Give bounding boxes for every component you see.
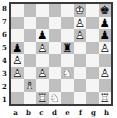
square-g8[interactable]	[86, 4, 99, 17]
square-d5[interactable]	[49, 42, 62, 55]
file-label-b: b	[22, 106, 35, 118]
square-c4[interactable]	[36, 54, 49, 67]
square-c6[interactable]: ♟	[36, 29, 49, 42]
chess-diagram: 87654321 ♚♔♚♟♙♟♟♟♙♟♟♟♙♜♟♙♟♙♟♙♟♙♞♘♟♙♝♗♜♖♞…	[0, 0, 117, 118]
square-b2[interactable]: ♝♗	[24, 79, 37, 92]
square-h8[interactable]: ♚	[99, 4, 112, 17]
white-pawn: ♙	[99, 67, 112, 80]
rank-label-3: 3	[0, 67, 9, 80]
square-d3[interactable]	[49, 67, 62, 80]
rank-label-7: 7	[0, 15, 9, 28]
square-c1[interactable]: ♜♖	[36, 92, 49, 105]
rank-label-5: 5	[0, 41, 9, 54]
file-label-g: g	[87, 106, 100, 118]
square-e4[interactable]	[61, 54, 74, 67]
square-e7[interactable]	[61, 17, 74, 30]
square-e2[interactable]	[61, 79, 74, 92]
square-a6[interactable]	[11, 29, 24, 42]
square-d7[interactable]	[49, 17, 62, 30]
square-f2[interactable]	[74, 79, 87, 92]
file-label-c: c	[35, 106, 48, 118]
square-a3[interactable]: ♟♙	[11, 67, 24, 80]
square-g5[interactable]	[86, 42, 99, 55]
square-e5[interactable]: ♜	[61, 42, 74, 55]
file-label-d: d	[48, 106, 61, 118]
square-h5[interactable]: ♟♙	[99, 42, 112, 55]
file-labels: abcdefgh	[9, 106, 113, 118]
white-bishop: ♗	[24, 79, 37, 92]
square-f5[interactable]	[74, 42, 87, 55]
rank-label-2: 2	[0, 80, 9, 93]
chess-board: ♚♔♚♟♙♟♟♟♙♟♟♟♙♜♟♙♟♙♟♙♟♙♞♘♟♙♝♗♜♖♞♘♜♖	[9, 2, 113, 106]
square-d1[interactable]: ♞♘	[49, 92, 62, 105]
white-pawn: ♙	[11, 54, 24, 67]
white-pawn: ♙	[36, 42, 49, 55]
square-h6[interactable]: ♟	[99, 29, 112, 42]
white-king: ♔	[74, 4, 87, 17]
square-g4[interactable]	[86, 54, 99, 67]
square-f1[interactable]	[74, 92, 87, 105]
square-e1[interactable]	[61, 92, 74, 105]
square-d4[interactable]	[49, 54, 62, 67]
file-label-a: a	[9, 106, 22, 118]
white-pawn: ♙	[36, 67, 49, 80]
square-b6[interactable]	[24, 29, 37, 42]
square-f8[interactable]: ♚♔	[74, 4, 87, 17]
square-a7[interactable]	[11, 17, 24, 30]
square-h3[interactable]: ♟♙	[99, 67, 112, 80]
square-g7[interactable]	[86, 17, 99, 30]
file-label-f: f	[74, 106, 87, 118]
black-rook: ♜	[61, 42, 74, 55]
file-label-h: h	[100, 106, 113, 118]
square-a4[interactable]: ♟♙	[11, 54, 24, 67]
square-f4[interactable]	[74, 54, 87, 67]
square-f6[interactable]: ♟♙	[74, 29, 87, 42]
square-b8[interactable]	[24, 4, 37, 17]
square-d2[interactable]	[49, 79, 62, 92]
square-c3[interactable]: ♟♙	[36, 67, 49, 80]
square-d8[interactable]	[49, 4, 62, 17]
rank-label-1: 1	[0, 93, 9, 106]
square-h1[interactable]: ♜♖	[99, 92, 112, 105]
square-a1[interactable]	[11, 92, 24, 105]
rank-label-4: 4	[0, 54, 9, 67]
white-knight: ♘	[49, 92, 62, 105]
square-b4[interactable]	[24, 54, 37, 67]
white-rook: ♖	[99, 92, 112, 105]
square-c5[interactable]: ♟♙	[36, 42, 49, 55]
square-b5[interactable]	[24, 42, 37, 55]
square-g1[interactable]	[86, 92, 99, 105]
square-d6[interactable]	[49, 29, 62, 42]
square-h4[interactable]	[99, 54, 112, 67]
black-king: ♚	[99, 4, 112, 17]
rank-label-8: 8	[0, 2, 9, 15]
white-pawn: ♙	[11, 67, 24, 80]
white-pawn: ♙	[99, 42, 112, 55]
white-knight: ♘	[61, 67, 74, 80]
square-g2[interactable]	[86, 79, 99, 92]
square-c8[interactable]	[36, 4, 49, 17]
square-c2[interactable]	[36, 79, 49, 92]
square-b7[interactable]	[24, 17, 37, 30]
square-h2[interactable]	[99, 79, 112, 92]
square-a2[interactable]	[11, 79, 24, 92]
square-e3[interactable]: ♞♘	[61, 67, 74, 80]
square-g6[interactable]	[86, 29, 99, 42]
square-a8[interactable]	[11, 4, 24, 17]
square-g3[interactable]	[86, 67, 99, 80]
square-f3[interactable]	[74, 67, 87, 80]
square-e6[interactable]	[61, 29, 74, 42]
black-pawn: ♟	[99, 29, 112, 42]
white-rook: ♖	[36, 92, 49, 105]
square-b1[interactable]	[24, 92, 37, 105]
file-label-e: e	[61, 106, 74, 118]
rank-labels: 87654321	[0, 2, 9, 106]
rank-label-6: 6	[0, 28, 9, 41]
square-e8[interactable]	[61, 4, 74, 17]
black-pawn: ♟	[36, 29, 49, 42]
white-pawn: ♙	[74, 29, 87, 42]
